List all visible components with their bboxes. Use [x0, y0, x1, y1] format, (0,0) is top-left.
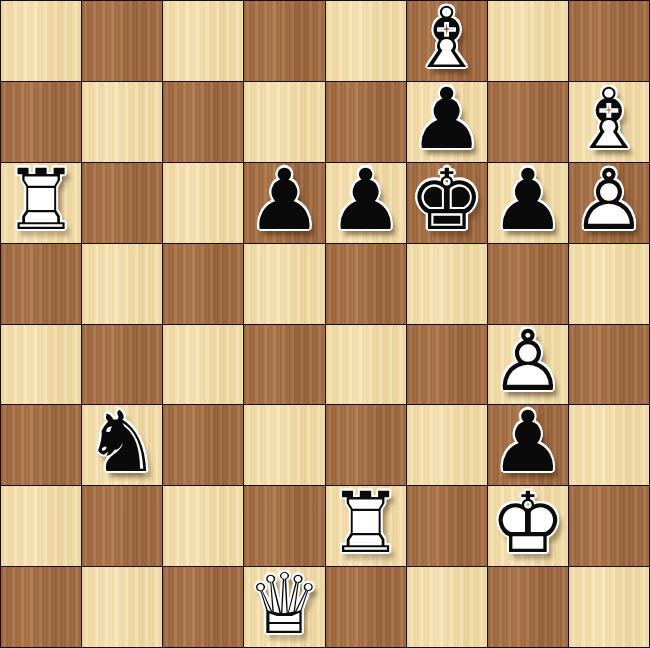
square-b6[interactable]: [82, 163, 162, 243]
square-g6[interactable]: ♟: [488, 163, 568, 243]
square-e5[interactable]: [326, 244, 406, 324]
square-f4[interactable]: [407, 325, 487, 405]
black-pawn[interactable]: ♟: [244, 163, 324, 243]
square-e1[interactable]: [326, 567, 406, 647]
piece-glyph: ♟: [247, 157, 322, 241]
white-queen[interactable]: ♛♕: [244, 567, 324, 647]
square-d4[interactable]: [244, 325, 324, 405]
square-e4[interactable]: [326, 325, 406, 405]
square-d6[interactable]: ♟: [244, 163, 324, 243]
square-b1[interactable]: [82, 567, 162, 647]
square-f2[interactable]: [407, 486, 487, 566]
square-f5[interactable]: [407, 244, 487, 324]
square-b7[interactable]: [82, 82, 162, 162]
square-a3[interactable]: [1, 405, 81, 485]
black-pawn[interactable]: ♟: [488, 163, 568, 243]
square-a8[interactable]: [1, 1, 81, 81]
piece-outline-glyph: ♗: [571, 76, 646, 160]
piece-outline-glyph: ♙: [490, 319, 565, 403]
square-d8[interactable]: [244, 1, 324, 81]
piece-outline-glyph: ♕: [247, 562, 322, 646]
white-king[interactable]: ♚♔: [488, 486, 568, 566]
piece-outline-glyph: ♖: [3, 157, 78, 241]
square-g8[interactable]: [488, 1, 568, 81]
white-pawn[interactable]: ♟♙: [569, 163, 649, 243]
square-b5[interactable]: [82, 244, 162, 324]
piece-outline-glyph: ♗: [409, 0, 484, 80]
square-c3[interactable]: [163, 405, 243, 485]
square-a6[interactable]: ♜♖: [1, 163, 81, 243]
square-a5[interactable]: [1, 244, 81, 324]
square-g2[interactable]: ♚♔: [488, 486, 568, 566]
square-h1[interactable]: [569, 567, 649, 647]
piece-glyph: ♞: [85, 400, 160, 484]
square-h5[interactable]: [569, 244, 649, 324]
square-h4[interactable]: [569, 325, 649, 405]
square-c1[interactable]: [163, 567, 243, 647]
square-d1[interactable]: ♛♕: [244, 567, 324, 647]
piece-glyph: ♟: [409, 76, 484, 160]
black-king[interactable]: ♚: [407, 163, 487, 243]
square-e2[interactable]: ♜♖: [326, 486, 406, 566]
square-c7[interactable]: [163, 82, 243, 162]
piece-outline-glyph: ♖: [328, 481, 403, 565]
square-b2[interactable]: [82, 486, 162, 566]
square-g1[interactable]: [488, 567, 568, 647]
piece-glyph: ♟: [490, 157, 565, 241]
square-h6[interactable]: ♟♙: [569, 163, 649, 243]
square-a4[interactable]: [1, 325, 81, 405]
square-a2[interactable]: [1, 486, 81, 566]
square-e6[interactable]: ♟: [326, 163, 406, 243]
white-rook[interactable]: ♜♖: [326, 486, 406, 566]
piece-glyph: ♟: [328, 157, 403, 241]
square-f6[interactable]: ♚: [407, 163, 487, 243]
square-f1[interactable]: [407, 567, 487, 647]
square-b3[interactable]: ♞: [82, 405, 162, 485]
square-c6[interactable]: [163, 163, 243, 243]
square-c4[interactable]: [163, 325, 243, 405]
chess-board: ♝♗♟♝♗♜♖♟♟♚♟♟♙♟♙♞♟♜♖♚♔♛♕: [0, 0, 650, 648]
piece-glyph: ♟: [490, 400, 565, 484]
square-f3[interactable]: [407, 405, 487, 485]
square-c5[interactable]: [163, 244, 243, 324]
square-h2[interactable]: [569, 486, 649, 566]
piece-outline-glyph: ♔: [490, 481, 565, 565]
square-e8[interactable]: [326, 1, 406, 81]
square-h3[interactable]: [569, 405, 649, 485]
black-pawn[interactable]: ♟: [326, 163, 406, 243]
square-b8[interactable]: [82, 1, 162, 81]
piece-glyph: ♚: [409, 157, 484, 241]
square-d5[interactable]: [244, 244, 324, 324]
square-c8[interactable]: [163, 1, 243, 81]
square-a1[interactable]: [1, 567, 81, 647]
piece-outline-glyph: ♙: [571, 157, 646, 241]
white-rook[interactable]: ♜♖: [1, 163, 81, 243]
black-knight[interactable]: ♞: [82, 405, 162, 485]
square-d3[interactable]: [244, 405, 324, 485]
square-c2[interactable]: [163, 486, 243, 566]
